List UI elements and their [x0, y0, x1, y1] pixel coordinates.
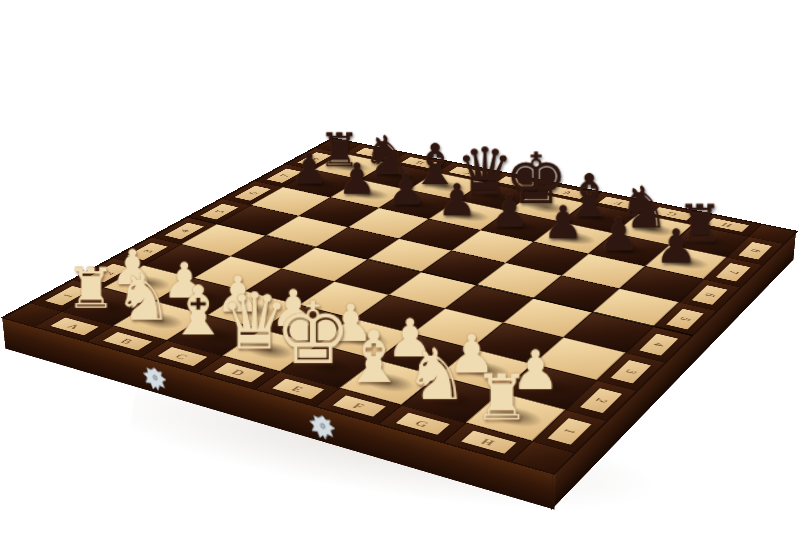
black-pawn: ♟	[338, 158, 376, 201]
black-pawn: ♟	[290, 148, 328, 190]
black-pawn: ♟	[387, 168, 426, 211]
white-knight: ♞	[115, 266, 173, 331]
black-pawn: ♟	[655, 224, 697, 271]
clasp-icon	[309, 411, 338, 444]
white-knight: ♞	[405, 340, 469, 411]
white-rook: ♜	[66, 261, 116, 317]
white-bishop: ♝	[341, 321, 406, 393]
chess-set-photo: ABCDEFGH8♜♞♝♛♚♝♞♜87♟♟♟♟♟♟♟♟7665544332♟♟♟…	[0, 0, 800, 533]
white-rook: ♜	[473, 366, 529, 429]
chess-board-box: ABCDEFGH8♜♞♝♛♚♝♞♜87♟♟♟♟♟♟♟♟7665544332♟♟♟…	[4, 138, 796, 473]
black-pawn: ♟	[489, 189, 529, 234]
chess-board: ABCDEFGH8♜♞♝♛♚♝♞♜87♟♟♟♟♟♟♟♟7665544332♟♟♟…	[4, 138, 796, 473]
black-pawn: ♟	[543, 200, 584, 245]
square-d6	[399, 219, 480, 251]
white-king: ♚	[274, 291, 351, 377]
scene: ABCDEFGH8♜♞♝♛♚♝♞♜87♟♟♟♟♟♟♟♟7665544332♟♟♟…	[163, 14, 679, 530]
black-pawn: ♟	[437, 179, 477, 223]
black-pawn: ♟	[598, 212, 639, 258]
